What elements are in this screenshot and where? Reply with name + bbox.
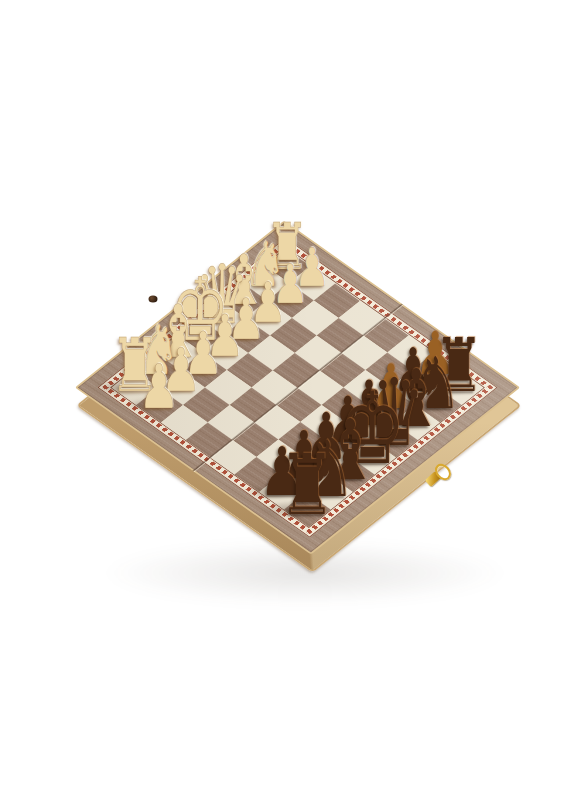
chess-board <box>74 220 519 554</box>
hinge-anchor <box>177 302 180 304</box>
clasp-anchor <box>414 469 417 471</box>
hinge-knob <box>148 296 157 303</box>
product-photo-stage: ♜♟♟♜♞♟♟♞♝♟♟♝♛♟♟♛♚♟♟♚♝♟♟♝♞♟♟♞♜♟♟♜ <box>0 0 587 800</box>
